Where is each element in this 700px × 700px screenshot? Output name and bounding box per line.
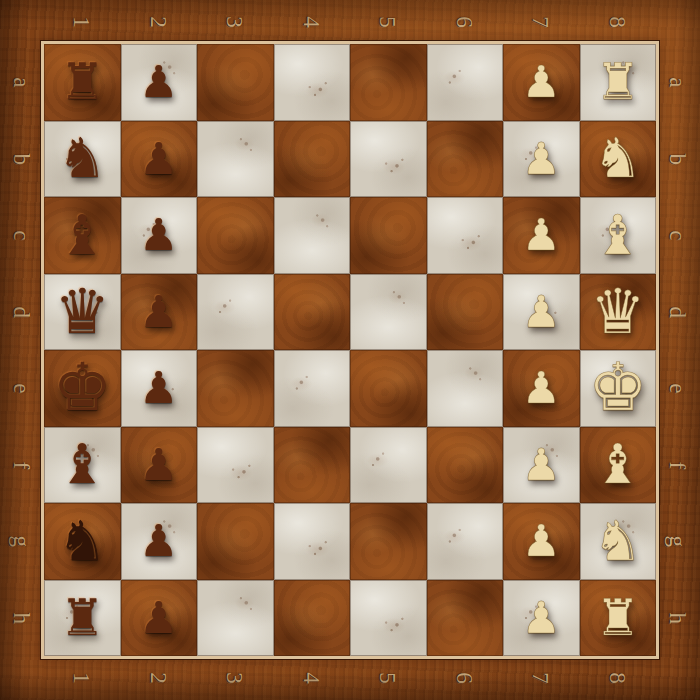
square-e5[interactable]: [350, 350, 427, 427]
square-f2[interactable]: ♟: [121, 427, 198, 504]
coordinate-label-top-7: 7: [519, 0, 563, 60]
coordinates-bottom: 12345678: [44, 656, 656, 700]
coordinate-label-bottom-3: 3: [213, 640, 257, 700]
square-f7[interactable]: ♟: [503, 427, 580, 504]
piece-light-pawn[interactable]: ♟: [503, 274, 580, 351]
piece-dark-pawn[interactable]: ♟: [121, 503, 198, 580]
square-c6[interactable]: [427, 197, 504, 274]
piece-dark-pawn[interactable]: ♟: [121, 121, 198, 198]
chess-board-photo: 12345678 12345678 abcdefgh abcdefgh ♜♟♟♜…: [0, 0, 700, 700]
square-d3[interactable]: [197, 274, 274, 351]
coordinate-label-right-a: a: [640, 60, 700, 104]
coordinate-label-left-g: g: [0, 519, 60, 563]
square-c3[interactable]: [197, 197, 274, 274]
square-b2[interactable]: ♟: [121, 121, 198, 198]
coordinate-label-top-6: 6: [443, 0, 487, 60]
square-g6[interactable]: [427, 503, 504, 580]
coordinate-label-right-d: d: [640, 290, 700, 334]
square-c2[interactable]: ♟: [121, 197, 198, 274]
square-g2[interactable]: ♟: [121, 503, 198, 580]
coordinate-label-left-d: d: [0, 290, 60, 334]
coordinate-label-left-e: e: [0, 366, 60, 410]
coordinate-label-left-f: f: [0, 443, 60, 487]
coordinate-label-left-h: h: [0, 596, 60, 640]
square-f4[interactable]: [274, 427, 351, 504]
square-e6[interactable]: [427, 350, 504, 427]
coordinate-label-left-c: c: [0, 213, 60, 257]
coordinate-label-right-h: h: [640, 596, 700, 640]
piece-light-pawn[interactable]: ♟: [503, 197, 580, 274]
coordinate-label-right-f: f: [640, 443, 700, 487]
square-b3[interactable]: [197, 121, 274, 198]
coordinates-left: abcdefgh: [0, 44, 44, 656]
square-g5[interactable]: [350, 503, 427, 580]
piece-dark-pawn[interactable]: ♟: [121, 427, 198, 504]
coordinate-label-right-b: b: [640, 137, 700, 181]
square-c7[interactable]: ♟: [503, 197, 580, 274]
coordinate-label-bottom-1: 1: [60, 640, 104, 700]
coordinate-label-right-c: c: [640, 213, 700, 257]
square-b4[interactable]: [274, 121, 351, 198]
square-d7[interactable]: ♟: [503, 274, 580, 351]
coordinates-right: abcdefgh: [656, 44, 700, 656]
square-b6[interactable]: [427, 121, 504, 198]
piece-light-pawn[interactable]: ♟: [503, 121, 580, 198]
square-f6[interactable]: [427, 427, 504, 504]
coordinate-label-bottom-7: 7: [519, 640, 563, 700]
square-g4[interactable]: [274, 503, 351, 580]
coordinate-label-left-a: a: [0, 60, 60, 104]
square-b5[interactable]: [350, 121, 427, 198]
coordinate-label-top-3: 3: [213, 0, 257, 60]
square-e7[interactable]: ♟: [503, 350, 580, 427]
square-f5[interactable]: [350, 427, 427, 504]
square-e2[interactable]: ♟: [121, 350, 198, 427]
coordinate-label-right-e: e: [640, 366, 700, 410]
coordinate-label-top-8: 8: [596, 0, 640, 60]
square-e4[interactable]: [274, 350, 351, 427]
coordinate-label-left-b: b: [0, 137, 60, 181]
square-d6[interactable]: [427, 274, 504, 351]
coordinate-label-bottom-8: 8: [596, 640, 640, 700]
coordinate-label-top-2: 2: [137, 0, 181, 60]
square-e3[interactable]: [197, 350, 274, 427]
square-c5[interactable]: [350, 197, 427, 274]
piece-dark-pawn[interactable]: ♟: [121, 197, 198, 274]
piece-light-pawn[interactable]: ♟: [503, 350, 580, 427]
piece-dark-pawn[interactable]: ♟: [121, 350, 198, 427]
coordinate-label-top-4: 4: [290, 0, 334, 60]
coordinate-label-bottom-4: 4: [290, 640, 334, 700]
square-g3[interactable]: [197, 503, 274, 580]
chess-board: ♜♟♟♜♞♟♟♞♝♟♟♝♛♟♟♛♚♟♟♚♝♟♟♝♞♟♟♞♜♟♟♜: [41, 41, 659, 659]
coordinates-top: 12345678: [44, 0, 656, 44]
square-d4[interactable]: [274, 274, 351, 351]
coordinate-label-bottom-6: 6: [443, 640, 487, 700]
piece-dark-pawn[interactable]: ♟: [121, 274, 198, 351]
square-c4[interactable]: [274, 197, 351, 274]
square-f3[interactable]: [197, 427, 274, 504]
square-b7[interactable]: ♟: [503, 121, 580, 198]
coordinate-label-bottom-2: 2: [137, 640, 181, 700]
piece-light-pawn[interactable]: ♟: [503, 503, 580, 580]
coordinate-label-bottom-5: 5: [366, 640, 410, 700]
coordinate-label-right-g: g: [640, 519, 700, 563]
square-d2[interactable]: ♟: [121, 274, 198, 351]
square-g7[interactable]: ♟: [503, 503, 580, 580]
piece-light-pawn[interactable]: ♟: [503, 427, 580, 504]
square-d5[interactable]: [350, 274, 427, 351]
coordinate-label-top-1: 1: [60, 0, 104, 60]
coordinate-label-top-5: 5: [366, 0, 410, 60]
